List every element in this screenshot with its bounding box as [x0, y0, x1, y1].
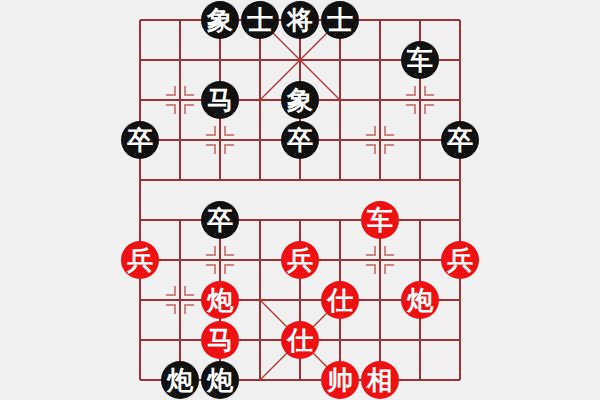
- piece-black-soldier[interactable]: 卒: [281, 121, 319, 159]
- piece-black-cannon[interactable]: 炮: [201, 361, 239, 399]
- piece-red-soldier[interactable]: 兵: [121, 241, 159, 279]
- piece-red-soldier[interactable]: 兵: [281, 241, 319, 279]
- piece-black-horse[interactable]: 马: [201, 81, 239, 119]
- piece-black-elephant[interactable]: 象: [281, 81, 319, 119]
- piece-red-soldier[interactable]: 兵: [441, 241, 479, 279]
- piece-red-elephant[interactable]: 相: [361, 361, 399, 399]
- piece-red-cannon[interactable]: 炮: [201, 281, 239, 319]
- piece-black-cannon[interactable]: 炮: [161, 361, 199, 399]
- piece-red-advisor[interactable]: 仕: [281, 321, 319, 359]
- piece-black-soldier[interactable]: 卒: [121, 121, 159, 159]
- piece-black-soldier[interactable]: 卒: [201, 201, 239, 239]
- piece-black-advisor[interactable]: 士: [241, 1, 279, 39]
- piece-black-soldier[interactable]: 卒: [441, 121, 479, 159]
- piece-black-general[interactable]: 将: [281, 1, 319, 39]
- piece-black-chariot[interactable]: 车: [401, 41, 439, 79]
- piece-layer: 象士将士车马象卒卒卒卒车兵兵兵炮仕炮马仕炮炮帅相: [120, 0, 480, 400]
- xiangqi-app: 象士将士车马象卒卒卒卒车兵兵兵炮仕炮马仕炮炮帅相: [0, 0, 600, 400]
- piece-black-elephant[interactable]: 象: [201, 1, 239, 39]
- piece-red-general[interactable]: 帅: [321, 361, 359, 399]
- piece-red-cannon[interactable]: 炮: [401, 281, 439, 319]
- piece-red-advisor[interactable]: 仕: [321, 281, 359, 319]
- piece-red-chariot[interactable]: 车: [361, 201, 399, 239]
- piece-red-horse[interactable]: 马: [201, 321, 239, 359]
- piece-black-advisor[interactable]: 士: [321, 1, 359, 39]
